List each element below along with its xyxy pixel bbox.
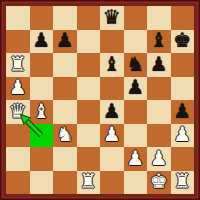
square-c2[interactable] xyxy=(53,147,77,171)
square-e6[interactable]: ♝ xyxy=(100,53,124,77)
white-rook-icon[interactable]: ♜ xyxy=(79,171,97,191)
white-king-icon[interactable]: ♚ xyxy=(150,171,168,191)
square-h3[interactable]: ♟ xyxy=(171,124,195,148)
white-bishop-icon[interactable]: ♝ xyxy=(32,101,50,121)
square-a5[interactable]: ♟ xyxy=(6,77,30,101)
square-b4[interactable]: ♝ xyxy=(30,100,54,124)
square-c7[interactable]: ♟ xyxy=(53,30,77,54)
square-f8[interactable] xyxy=(124,6,148,30)
square-d4[interactable] xyxy=(77,100,101,124)
black-king-icon[interactable]: ♚ xyxy=(173,30,191,50)
square-a8[interactable] xyxy=(6,6,30,30)
white-pawn-icon[interactable]: ♟ xyxy=(150,148,168,168)
square-b6[interactable] xyxy=(30,53,54,77)
square-c8[interactable] xyxy=(53,6,77,30)
square-g1[interactable]: ♚ xyxy=(147,171,171,195)
square-f6[interactable]: ♞ xyxy=(124,53,148,77)
black-pawn-icon[interactable]: ♟ xyxy=(150,54,168,74)
square-d3[interactable] xyxy=(77,124,101,148)
square-h7[interactable]: ♚ xyxy=(171,30,195,54)
square-e2[interactable] xyxy=(100,147,124,171)
square-d5[interactable] xyxy=(77,77,101,101)
square-a1[interactable] xyxy=(6,171,30,195)
square-f5[interactable]: ♟ xyxy=(124,77,148,101)
white-knight-icon[interactable]: ♞ xyxy=(56,124,74,144)
black-bishop-icon[interactable]: ♝ xyxy=(103,54,121,74)
white-pawn-icon[interactable]: ♟ xyxy=(103,124,121,144)
square-g7[interactable]: ♝ xyxy=(147,30,171,54)
square-b8[interactable] xyxy=(30,6,54,30)
square-h6[interactable] xyxy=(171,53,195,77)
black-pawn-icon[interactable]: ♟ xyxy=(173,101,191,121)
board-frame: ♛♟♟♝♚♜♝♞♟♟♟♛♝♟♟♞♟♟♟♟♜♚♜ xyxy=(0,0,200,200)
white-queen-icon[interactable]: ♛ xyxy=(9,101,27,121)
square-f2[interactable]: ♟ xyxy=(124,147,148,171)
square-a4[interactable]: ♛ xyxy=(6,100,30,124)
square-g8[interactable] xyxy=(147,6,171,30)
square-f7[interactable] xyxy=(124,30,148,54)
square-c5[interactable] xyxy=(53,77,77,101)
square-h5[interactable] xyxy=(171,77,195,101)
square-f1[interactable] xyxy=(124,171,148,195)
chess-board: ♛♟♟♝♚♜♝♞♟♟♟♛♝♟♟♞♟♟♟♟♜♚♜ xyxy=(6,6,194,194)
white-pawn-icon[interactable]: ♟ xyxy=(126,148,144,168)
square-b5[interactable] xyxy=(30,77,54,101)
square-h2[interactable] xyxy=(171,147,195,171)
square-d2[interactable] xyxy=(77,147,101,171)
white-rook-icon[interactable]: ♜ xyxy=(9,54,27,74)
square-h4[interactable]: ♟ xyxy=(171,100,195,124)
white-rook-icon[interactable]: ♜ xyxy=(173,171,191,191)
black-pawn-icon[interactable]: ♟ xyxy=(126,77,144,97)
square-b1[interactable] xyxy=(30,171,54,195)
square-e3[interactable]: ♟ xyxy=(100,124,124,148)
black-pawn-icon[interactable]: ♟ xyxy=(32,30,50,50)
square-d1[interactable]: ♜ xyxy=(77,171,101,195)
black-bishop-icon[interactable]: ♝ xyxy=(150,30,168,50)
square-c3[interactable]: ♞ xyxy=(53,124,77,148)
square-b3[interactable] xyxy=(30,124,54,148)
square-a7[interactable] xyxy=(6,30,30,54)
black-queen-icon[interactable]: ♛ xyxy=(103,7,121,27)
chess-app: ♛♟♟♝♚♜♝♞♟♟♟♛♝♟♟♞♟♟♟♟♜♚♜ xyxy=(0,0,200,200)
square-e1[interactable] xyxy=(100,171,124,195)
square-d6[interactable] xyxy=(77,53,101,77)
white-pawn-icon[interactable]: ♟ xyxy=(173,124,191,144)
square-a6[interactable]: ♜ xyxy=(6,53,30,77)
square-e7[interactable] xyxy=(100,30,124,54)
square-g6[interactable]: ♟ xyxy=(147,53,171,77)
square-d8[interactable] xyxy=(77,6,101,30)
white-pawn-icon[interactable]: ♟ xyxy=(9,77,27,97)
square-c6[interactable] xyxy=(53,53,77,77)
square-g4[interactable] xyxy=(147,100,171,124)
black-pawn-icon[interactable]: ♟ xyxy=(103,101,121,121)
square-h1[interactable]: ♜ xyxy=(171,171,195,195)
square-e8[interactable]: ♛ xyxy=(100,6,124,30)
square-a3[interactable] xyxy=(6,124,30,148)
square-g5[interactable] xyxy=(147,77,171,101)
square-c1[interactable] xyxy=(53,171,77,195)
square-g3[interactable] xyxy=(147,124,171,148)
black-pawn-icon[interactable]: ♟ xyxy=(56,30,74,50)
square-f3[interactable] xyxy=(124,124,148,148)
square-g2[interactable]: ♟ xyxy=(147,147,171,171)
black-knight-icon[interactable]: ♞ xyxy=(126,54,144,74)
square-c4[interactable] xyxy=(53,100,77,124)
square-a2[interactable] xyxy=(6,147,30,171)
square-d7[interactable] xyxy=(77,30,101,54)
square-e5[interactable] xyxy=(100,77,124,101)
square-e4[interactable]: ♟ xyxy=(100,100,124,124)
square-h8[interactable] xyxy=(171,6,195,30)
square-b7[interactable]: ♟ xyxy=(30,30,54,54)
square-f4[interactable] xyxy=(124,100,148,124)
square-b2[interactable] xyxy=(30,147,54,171)
